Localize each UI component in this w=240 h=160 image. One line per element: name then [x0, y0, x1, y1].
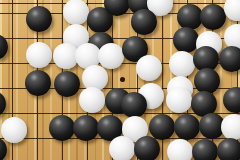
black-stone [49, 115, 75, 141]
white-stone [166, 87, 192, 113]
black-stone [219, 46, 240, 72]
black-stone [121, 92, 147, 118]
intersection-r0-c0[interactable] [0, 0, 25, 17]
black-stone [192, 139, 218, 160]
white-stone [109, 136, 135, 160]
black-stone [134, 136, 160, 160]
intersection-r5-c1[interactable] [25, 117, 50, 142]
black-stone [173, 27, 199, 53]
black-stone [54, 71, 80, 97]
black-stone [149, 114, 175, 140]
white-stone [79, 87, 105, 113]
white-stone [167, 139, 193, 160]
black-stone [25, 70, 51, 96]
intersection-r6-c1[interactable] [25, 142, 50, 160]
white-stone [98, 43, 124, 69]
black-stone [131, 9, 157, 35]
intersection-r6-c3[interactable] [75, 142, 100, 160]
white-stone [63, 0, 89, 25]
white-stone [136, 55, 162, 81]
black-stone [217, 138, 240, 160]
black-stone [174, 114, 200, 140]
black-stone [200, 4, 226, 30]
black-stone [194, 68, 220, 94]
white-stone [169, 51, 195, 77]
go-board[interactable] [0, 0, 240, 160]
white-stone [1, 117, 27, 143]
white-stone [221, 114, 240, 140]
intersection-r3-c0[interactable] [0, 67, 25, 92]
black-stone [73, 115, 99, 141]
white-stone [26, 42, 52, 68]
intersection-r6-c2[interactable] [50, 142, 75, 160]
black-stone [26, 6, 52, 32]
